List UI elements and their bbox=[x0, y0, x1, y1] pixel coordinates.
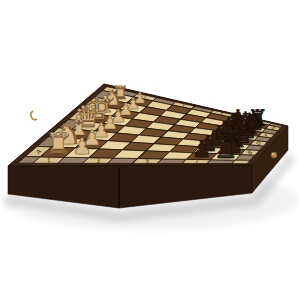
chess-board: GECA12345678HFDB♜♟♞♟♝♟♚♟♟♜♟♛♟♞♟♝♝♟♟♚♟♛♞♟… bbox=[0, 0, 300, 300]
rank-label: 3 bbox=[96, 158, 100, 164]
rank-label: 5 bbox=[145, 158, 149, 164]
brass-latch-icon bbox=[271, 152, 277, 158]
piece-black-rook[interactable]: ♜ bbox=[213, 131, 239, 165]
chess-set-product-photo: GECA12345678HFDB♜♟♞♟♝♟♚♟♟♜♟♛♟♞♟♝♝♟♟♚♟♛♞♟… bbox=[0, 0, 300, 300]
brass-latch-highlight-icon bbox=[272, 153, 274, 155]
brass-hinge-hook-icon bbox=[31, 111, 37, 120]
piece-white-rook[interactable]: ♜ bbox=[45, 127, 70, 160]
piece-black-pawn[interactable]: ♟ bbox=[192, 136, 213, 162]
piece-white-pawn[interactable]: ♟ bbox=[72, 133, 92, 159]
